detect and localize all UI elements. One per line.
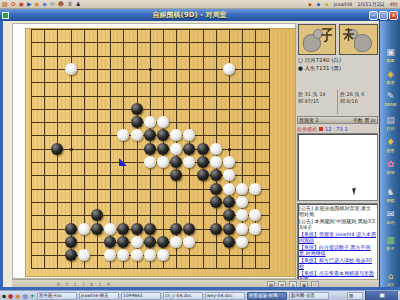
red-flag-icon [319, 127, 323, 131]
white-stone[interactable] [78, 249, 90, 261]
tool-label: 棋谱 [382, 80, 399, 85]
star-point [228, 148, 231, 151]
white-stone[interactable] [65, 63, 77, 75]
tool-icon: ▦ [382, 235, 399, 246]
chat-message: [公告] 本局规则:中国规则 黑贴3又3/4子 [299, 218, 376, 230]
black-stone[interactable] [210, 223, 222, 235]
white-stone[interactable] [236, 196, 248, 208]
white-stone[interactable] [104, 249, 116, 261]
white-stone[interactable] [223, 183, 235, 195]
zodiac-wei-glyph [341, 26, 356, 43]
black-stone[interactable] [223, 196, 235, 208]
toolbar-right-text: ▪ [308, 1, 311, 7]
white-stone[interactable] [210, 156, 222, 168]
tool-label: 短信 [382, 220, 399, 225]
white-stone[interactable] [236, 236, 248, 248]
black-stone[interactable] [51, 143, 63, 155]
black-player-stats: 胜 26 负 6 和 8/16 [338, 91, 377, 105]
score-numbers: 12 : 73 [325, 126, 343, 132]
black-stone[interactable] [104, 236, 116, 248]
mouse-cursor-icon [352, 188, 358, 196]
black-stone[interactable] [144, 143, 156, 155]
window-border-left [0, 21, 3, 288]
white-player-name: ○ 日月7240 (白) [298, 57, 377, 64]
taskbar-button[interactable]: 1099861 [121, 292, 161, 300]
tool-button-棋谱[interactable]: ◈棋谱 [382, 69, 399, 88]
toolbar-right-text: ▪ [317, 1, 320, 7]
tool-label: 财富 [382, 148, 399, 153]
launcher-icon[interactable]: ▨ [2, 1, 8, 7]
toolbar-right-text: 4时 [390, 1, 398, 7]
last-move-marker [119, 158, 127, 166]
black-stone[interactable] [183, 223, 195, 235]
black-stone[interactable] [210, 183, 222, 195]
score-label: 欣赏模式 [297, 126, 317, 132]
tool-icon: ♦ [382, 137, 399, 148]
black-stone[interactable] [65, 223, 77, 235]
white-stone[interactable] [157, 116, 169, 128]
chat-message: 【系统】双方已进入读秒,每步30秒 [299, 257, 376, 269]
score-row: 欣赏模式 12 : 73 1 [297, 125, 378, 132]
black-stone[interactable] [157, 236, 169, 248]
black-stone[interactable] [223, 209, 235, 221]
white-stone[interactable] [236, 183, 248, 195]
white-stone[interactable] [236, 223, 248, 235]
white-stone[interactable] [183, 236, 195, 248]
launcher-icon[interactable]: ◉ [19, 1, 24, 7]
launcher-icon[interactable]: ◆ [35, 1, 40, 7]
status-text: R Y 1 7 8 1 9 [57, 282, 112, 287]
launcher-icon[interactable]: ✿ [11, 1, 16, 7]
black-stone[interactable] [131, 116, 143, 128]
white-stone[interactable] [170, 129, 182, 141]
desktop-toolbar: ▨✿◉▶◆◈✉☻♜♟ ▪▪▪jsxwhl410/11月2日4时 [0, 0, 400, 9]
black-stone[interactable] [144, 129, 156, 141]
white-stone[interactable] [236, 209, 248, 221]
black-stone[interactable] [170, 223, 182, 235]
tool-icon: ♞ [382, 187, 399, 198]
white-stone[interactable] [144, 156, 156, 168]
white-stone[interactable] [249, 223, 261, 235]
taskbar-small-button[interactable]: ▥ [347, 292, 363, 300]
grid-line-horizontal [31, 268, 270, 269]
observer-bar[interactable]: 旁观者 2 手数 黑 白 [297, 116, 378, 124]
close-button[interactable]: ✕ [389, 11, 398, 20]
quick-launch-icon[interactable]: ◍ [23, 292, 28, 299]
tool-label: 悔棋 [382, 198, 399, 203]
app-icon [2, 12, 9, 19]
white-player-avatar [298, 24, 336, 55]
launcher-icon[interactable]: ✉ [50, 1, 55, 7]
white-player-stats: 胜 31 负 14 和 97/15 [296, 91, 335, 105]
white-stone[interactable] [249, 183, 261, 195]
screen: ▨✿◉▶◆◈✉☻♜♟ ▪▪▪jsxwhl410/11月2日4时 自娱围棋(9D)… [0, 0, 400, 300]
taskbar-button[interactable]: 新浪网-首页 [289, 292, 329, 300]
white-stone[interactable] [117, 129, 129, 141]
tool-label: DRAW [382, 102, 399, 107]
black-stone[interactable] [183, 143, 195, 155]
white-stone[interactable] [117, 249, 129, 261]
tool-button-棋盘[interactable]: ▣棋盘 [382, 47, 399, 66]
launcher-icon[interactable]: ▶ [27, 1, 32, 7]
quick-launch-icon[interactable]: ▪ [2, 292, 6, 299]
white-stone[interactable] [104, 223, 116, 235]
taskbar[interactable]: ▪●◉◍✦发件箱-Foxjsxwhl4-聊天1099861cn_c-04.doc… [0, 290, 400, 300]
black-stone[interactable] [144, 223, 156, 235]
tool-label: 数子 [382, 246, 399, 251]
go-board[interactable] [25, 28, 296, 277]
white-stone[interactable] [170, 236, 182, 248]
white-stone[interactable] [223, 63, 235, 75]
tool-button-打印[interactable]: ▤打印 [382, 115, 399, 134]
black-stone[interactable] [197, 156, 209, 168]
black-stone[interactable] [170, 156, 182, 168]
black-stone[interactable] [144, 236, 156, 248]
black-stone[interactable] [197, 169, 209, 181]
chat-message: 【系统】白方提议数子,黑方不同意,对局继续 [299, 244, 376, 256]
grid-line-vertical [269, 29, 270, 269]
launcher-icon[interactable]: ☻ [58, 1, 64, 7]
white-stone[interactable] [157, 249, 169, 261]
tool-button-鲜花[interactable]: ✿鲜花 [382, 159, 399, 178]
chat-message: [公告] 欢迎光临围棋对弈室,请文明对局 [299, 205, 376, 217]
tool-button-数子[interactable]: ▦数子 [382, 235, 399, 254]
white-stone[interactable] [223, 169, 235, 181]
tool-button-悔棋[interactable]: ♞悔棋 [382, 187, 399, 206]
white-stone[interactable] [210, 143, 222, 155]
white-stone[interactable] [157, 156, 169, 168]
toolbar-right-text: ▪ [325, 1, 328, 7]
black-stone[interactable] [157, 143, 169, 155]
tool-button-短信[interactable]: ✉短信 [382, 209, 399, 228]
white-stone[interactable] [249, 209, 261, 221]
window-title: 自娱围棋(9D) - 对局室 [11, 10, 368, 21]
tool-icon: ⌂ [382, 271, 399, 282]
score-extra: 1 [345, 126, 348, 132]
white-stone[interactable] [78, 223, 90, 235]
black-stone[interactable] [223, 223, 235, 235]
black-stone[interactable] [117, 223, 129, 235]
taskbar-button[interactable]: jsxwhl4-聊天 [79, 292, 119, 300]
minimize-button[interactable]: ─ [369, 11, 378, 20]
game-toolbar: ▣棋盘◈棋谱✎DRAW▤打印♦财富✿鲜花♞悔棋✉短信▦数子⌂0/2 [379, 21, 400, 288]
tool-icon: ✎ [382, 91, 399, 102]
black-stone[interactable] [117, 236, 129, 248]
launcher-icon[interactable]: ♟ [76, 1, 81, 7]
taskbar-button[interactable]: 棋圣道场-对局 [247, 292, 287, 300]
quick-launch-icon[interactable]: ◉ [15, 292, 20, 299]
toolbar-right-items: ▪▪▪jsxwhl410/11月2日4时 [306, 1, 398, 7]
taskbar-button[interactable]: cn_c-04.doc [163, 292, 203, 300]
tool-icon: ◈ [382, 69, 399, 80]
taskbar-button[interactable]: wey-04.doc [205, 292, 245, 300]
tool-label: 鲜花 [382, 170, 399, 175]
white-stone[interactable] [131, 236, 143, 248]
toolbar-right-text: jsxwhl4 [333, 1, 352, 7]
tool-icon: ▣ [382, 47, 399, 58]
tool-label: 打印 [382, 126, 399, 131]
black-stone[interactable] [210, 169, 222, 181]
tool-label: 棋盘 [382, 58, 399, 63]
black-stone[interactable] [131, 103, 143, 115]
toolbar-right-text: 10/11月2日 [357, 1, 385, 7]
black-stone[interactable] [91, 223, 103, 235]
observer-tab[interactable]: 旁观者 2 [299, 117, 319, 123]
observer-listbox[interactable] [297, 133, 378, 201]
toolbar-icons: ▨✿◉▶◆◈✉☻♜♟ [2, 1, 81, 7]
system-tray[interactable]: ▣ [365, 291, 398, 300]
chat-message: 【系统】旁观者 jsxwhl4 进入本房间观战 [299, 231, 376, 243]
black-player-name: ● 人生7131 (黑) [298, 65, 377, 72]
window-titlebar[interactable]: 自娱围棋(9D) - 对局室 ─ □ ✕ [0, 9, 400, 21]
white-stone[interactable] [183, 129, 195, 141]
launcher-icon[interactable]: ♜ [67, 1, 72, 7]
tool-icon: ✉ [382, 209, 399, 220]
white-stone[interactable] [183, 156, 195, 168]
tool-icon: ✿ [382, 159, 399, 170]
white-stone[interactable] [144, 249, 156, 261]
maximize-button[interactable]: □ [379, 11, 388, 20]
taskbar-button[interactable]: 发件箱-Fox [37, 292, 77, 300]
black-stone[interactable] [65, 236, 77, 248]
black-stone[interactable] [223, 236, 235, 248]
black-stone[interactable] [197, 143, 209, 155]
info-panel: ○ 日月7240 (白) ● 人生7131 (黑) 胜 31 负 14 和 97… [296, 23, 379, 279]
black-stone[interactable] [65, 249, 77, 261]
quick-launch-icon[interactable]: ✦ [30, 292, 35, 299]
star-point [149, 68, 152, 71]
white-stone[interactable] [131, 249, 143, 261]
zodiac-zi-glyph [319, 26, 334, 43]
black-stone[interactable] [91, 209, 103, 221]
black-stone[interactable] [131, 223, 143, 235]
tool-button-财富[interactable]: ♦财富 [382, 137, 399, 156]
tool-icon: ▤ [382, 115, 399, 126]
white-stone[interactable] [144, 116, 156, 128]
black-player-avatar [339, 24, 378, 55]
white-stone[interactable] [131, 129, 143, 141]
black-stone[interactable] [210, 196, 222, 208]
black-stone[interactable] [157, 129, 169, 141]
tool-button-DRAW[interactable]: ✎DRAW [382, 91, 399, 110]
observer-headers: 手数 黑 白 [353, 117, 376, 123]
white-stone[interactable] [170, 143, 182, 155]
white-stone[interactable] [223, 156, 235, 168]
star-point [70, 148, 73, 151]
launcher-icon[interactable]: ◈ [42, 1, 47, 7]
quick-launch-icon[interactable]: ● [8, 292, 13, 299]
black-stone[interactable] [170, 169, 182, 181]
